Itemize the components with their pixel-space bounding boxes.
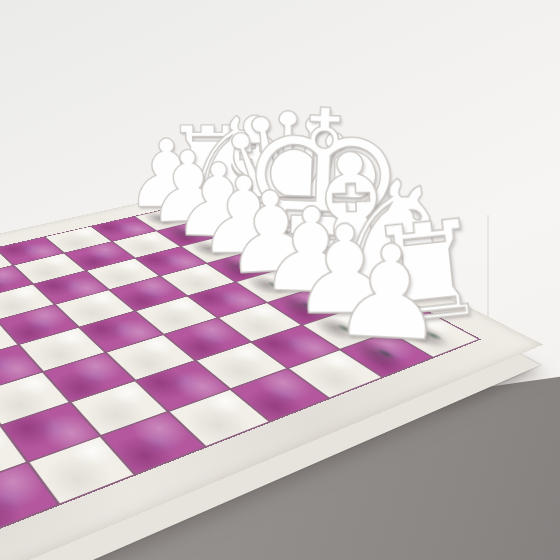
- square-h2: ♟: [342, 333, 432, 377]
- white-pawn-glyph: ♟: [329, 228, 451, 357]
- chess-board: ♜♞♝♛♚♝♞♜♟♟♟♟♟♟♟♟: [0, 184, 543, 560]
- chess-set-photo: ♜♞♝♛♚♝♞♜♟♟♟♟♟♟♟♟: [0, 0, 560, 560]
- board-marble-border: ♜♞♝♛♚♝♞♜♟♟♟♟♟♟♟♟: [0, 184, 543, 560]
- square-d5: [56, 290, 133, 326]
- perspective-scene: ♜♞♝♛♚♝♞♜♟♟♟♟♟♟♟♟: [0, 0, 560, 560]
